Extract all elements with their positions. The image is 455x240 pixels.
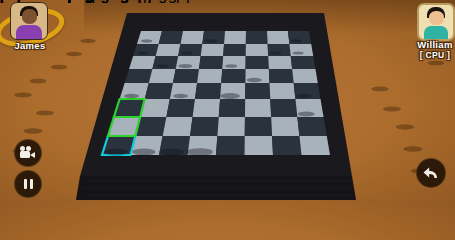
player-left-name: James: [2, 40, 58, 51]
square-d4[interactable]: [221, 69, 245, 83]
square-e6[interactable]: [193, 99, 221, 117]
piece-shadow: [296, 94, 311, 98]
square-b3[interactable]: [268, 56, 292, 69]
piece-shadow: [141, 39, 152, 42]
square-e3[interactable]: [199, 56, 223, 69]
piece-shadow: [124, 94, 139, 98]
piece-shadow: [132, 149, 155, 156]
piece-shadow: [220, 93, 240, 99]
avatar-face: [22, 9, 37, 24]
piece-shadow: [36, 110, 54, 115]
piece-shadow: [156, 64, 168, 68]
piece-shadow: [298, 112, 315, 117]
avatar-shirt: [424, 26, 448, 39]
piece-shadow: [396, 124, 415, 129]
square-d6[interactable]: [219, 99, 245, 117]
square-c5[interactable]: [245, 83, 270, 99]
square-b4[interactable]: [269, 69, 294, 83]
camera-view-button[interactable]: [14, 139, 42, 167]
piece-shadow: [428, 61, 444, 66]
avatar: [10, 2, 48, 40]
square-g1[interactable]: [159, 31, 183, 44]
undo-arrow-icon: [417, 159, 445, 187]
square-e7[interactable]: [190, 117, 219, 136]
piece-shadow: [178, 64, 192, 68]
piece-shadow: [293, 51, 304, 54]
piece-shadow: [138, 51, 149, 54]
square-e5[interactable]: [195, 83, 221, 99]
piece-shadow: [160, 149, 183, 156]
pause-button[interactable]: [14, 170, 42, 198]
square-f6[interactable]: [166, 99, 195, 117]
chess-board-scene: rank-label-left-1rank-label-right-1rank-…: [0, 0, 455, 200]
square-a7[interactable]: [297, 117, 326, 136]
square-c6[interactable]: [245, 99, 271, 117]
square-b7[interactable]: [271, 117, 299, 136]
piece-shadow: [403, 146, 422, 152]
piece-shadow: [204, 39, 217, 43]
square-h4[interactable]: [125, 69, 153, 83]
piece-shadow: [51, 65, 67, 70]
square-a4[interactable]: [292, 69, 318, 83]
square-f7[interactable]: [163, 117, 193, 136]
square-b8[interactable]: [272, 136, 301, 155]
square-g2[interactable]: [156, 44, 181, 56]
piece-shadow: [173, 94, 188, 98]
player-right-name: William: [413, 39, 455, 50]
piece-shadow: [225, 64, 237, 68]
avatar-shirt: [16, 25, 42, 39]
piece-shadow: [66, 52, 82, 57]
square-a3[interactable]: [291, 56, 316, 69]
piece-shadow: [104, 149, 127, 156]
square-c2[interactable]: [246, 44, 269, 56]
undo-button[interactable]: [416, 158, 446, 188]
square-c7[interactable]: [245, 117, 272, 136]
square-c8[interactable]: [245, 136, 274, 155]
piece-shadow: [14, 93, 31, 98]
piece-shadow: [247, 78, 263, 82]
player-right-cpu-tag: [ CPU ]: [413, 50, 455, 60]
piece-shadow: [80, 39, 96, 43]
square-a8[interactable]: [299, 136, 330, 155]
square-c3[interactable]: [246, 56, 269, 69]
square-b1[interactable]: [267, 31, 289, 44]
square-g4[interactable]: [149, 69, 176, 83]
piece-shadow: [291, 39, 302, 42]
square-c1[interactable]: [246, 31, 268, 44]
piece-shadow: [186, 148, 213, 156]
square-e4[interactable]: [197, 69, 222, 83]
square-b6[interactable]: [270, 99, 297, 117]
pause-icon: [24, 179, 27, 189]
square-f4[interactable]: [173, 69, 199, 83]
square-b5[interactable]: [270, 83, 296, 99]
square-g5[interactable]: [145, 83, 173, 99]
square-d8[interactable]: [216, 136, 245, 155]
square-d1[interactable]: [224, 31, 246, 44]
square-d7[interactable]: [217, 117, 245, 136]
piece-shadow: [383, 106, 401, 111]
square-f1[interactable]: [180, 31, 204, 44]
square-e2[interactable]: [201, 44, 224, 56]
piece-shadow: [270, 51, 281, 54]
avatar: [417, 3, 455, 41]
piece-shadow: [24, 128, 43, 133]
piece-shadow: [371, 87, 388, 92]
piece-shadow: [182, 51, 193, 54]
avatar-face: [429, 11, 444, 25]
piece-shadow: [30, 79, 47, 84]
game-screen: { "game": "chess", "app_context": "3D ch…: [0, 0, 455, 200]
square-h3[interactable]: [129, 56, 156, 69]
square-d2[interactable]: [223, 44, 246, 56]
